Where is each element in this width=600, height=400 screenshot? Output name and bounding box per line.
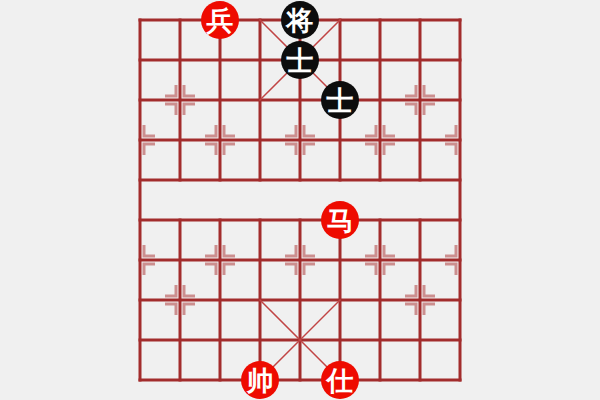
red-soldier-piece[interactable]: 兵 — [201, 1, 239, 39]
black-general-piece[interactable]: 将 — [281, 1, 319, 39]
red-horse-piece[interactable]: 马 — [321, 201, 359, 239]
black-advisor-1-piece[interactable]: 士 — [281, 41, 319, 79]
red-advisor-piece[interactable]: 仕 — [321, 361, 359, 399]
black-advisor-2-piece[interactable]: 士 — [321, 81, 359, 119]
xiangqi-board: 兵将士士马帅仕 — [0, 0, 600, 400]
red-general-piece[interactable]: 帅 — [241, 361, 279, 399]
